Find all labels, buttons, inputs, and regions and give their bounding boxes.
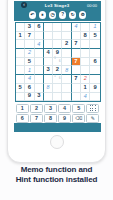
cell-r4c1[interactable] [16,49,25,58]
settings-icon: ⚙ [81,13,85,18]
key-3[interactable]: 3 [44,104,57,113]
settings-button[interactable]: ⚙ [79,11,87,19]
key-7[interactable]: 7 [30,114,43,123]
cell-r5c5[interactable]: 16 [53,58,62,67]
cell-r3c5[interactable] [53,40,62,49]
cell-r9c2[interactable]: 9 [25,93,34,102]
cell-r9c3[interactable]: 3 [35,93,44,102]
cell-r6c2[interactable]: 1 [25,66,34,75]
cell-r6c9[interactable] [90,66,99,75]
cell-r5c1[interactable] [16,58,25,67]
cell-r4c6[interactable] [62,49,71,58]
cell-r3c2[interactable] [25,40,34,49]
cell-r8c8[interactable]: 1 [81,84,90,93]
cell-r6c8[interactable] [81,66,90,75]
cell-r4c2[interactable]: 2 [25,49,34,58]
caption-text: Memo function and Hint function installe… [0,165,113,185]
timer-icon: ◷ [50,13,54,18]
cell-r2c3[interactable] [35,32,44,41]
cell-r7c4[interactable] [44,75,53,84]
level-title: Lv3 Stage3 [27,3,87,8]
timer-button[interactable]: ◷ [49,11,57,19]
back-icon: ‹ [23,2,25,7]
number-keypad: 123456789⌫✎ [16,104,99,123]
cell-r2c1[interactable]: 1 [16,32,25,41]
cell-r8c5[interactable] [53,84,62,93]
memo-digit: 1 [54,58,56,61]
cell-r7c5[interactable]: 16 [53,75,62,84]
phone-frame: ‹ Lv3 Stage3 00:00 ↶⏸◷?↻⚙ 36411785427249… [7,0,106,163]
key-9[interactable]: 9 [58,114,71,123]
cell-r8c9[interactable]: 9 [90,84,99,93]
cell-r6c1[interactable] [16,66,25,75]
key-1[interactable]: 1 [16,104,29,113]
cell-r8c7[interactable] [72,84,81,93]
cell-r6c6[interactable]: 8 [62,66,71,75]
cell-r9c1[interactable] [16,93,25,102]
cell-r5c7[interactable]: 7 [72,58,81,67]
key-8[interactable]: 8 [44,114,57,123]
cell-r5c4[interactable] [44,58,53,67]
cell-r8c2[interactable]: 6 [25,84,34,93]
cell-r8c6[interactable] [62,84,71,93]
cell-r9c5[interactable] [53,93,62,102]
footer-bar [14,123,101,132]
cell-r2c7[interactable] [72,32,81,41]
cell-r4c7[interactable] [72,49,81,58]
app-screen: ‹ Lv3 Stage3 00:00 ↶⏸◷?↻⚙ 36411785427249… [14,1,101,132]
hint-icon: ? [61,13,64,18]
caption-line-2: Hint function installed [0,175,113,185]
cell-r9c6[interactable] [62,93,71,102]
cell-r6c7[interactable] [72,66,81,75]
cell-r2c5[interactable] [53,32,62,41]
cell-r1c2[interactable]: 3 [25,23,34,32]
cell-r3c8[interactable] [81,40,90,49]
cell-r9c9[interactable] [90,93,99,102]
cell-r1c6[interactable] [62,23,71,32]
cell-r6c4[interactable]: 3 [44,66,53,75]
key-4[interactable]: 4 [58,104,71,113]
cell-r4c3[interactable] [35,49,44,58]
cell-r2c8[interactable]: 8 [81,32,90,41]
pencil-key[interactable]: ✎ [86,114,99,123]
cell-r1c5[interactable] [53,23,62,32]
cell-r2c4[interactable] [44,32,53,41]
refresh-button[interactable]: ↻ [69,11,77,19]
cell-r2c2[interactable]: 7 [25,32,34,41]
cell-r1c7[interactable]: 4 [72,23,81,32]
cell-r7c1[interactable] [16,75,25,84]
memo-digit: 6 [59,78,61,81]
cell-r3c3[interactable]: 4 [35,40,44,49]
cell-r6c5[interactable]: 2 [53,66,62,75]
memo-digit: 1 [54,76,56,79]
undo-button[interactable]: ↶ [29,11,37,19]
caption-line-1: Memo function and [0,165,113,175]
header-bar: ‹ Lv3 Stage3 00:00 [14,1,101,9]
cell-r3c1[interactable] [16,40,25,49]
cell-r4c8[interactable] [81,49,90,58]
hint-button[interactable]: ? [59,11,67,19]
cell-r1c1[interactable] [16,23,25,32]
cell-r8c3[interactable] [35,84,44,93]
pencil-icon: ✎ [91,116,95,121]
cell-r3c6[interactable]: 2 [62,40,71,49]
cell-r5c9[interactable]: 6 [90,58,99,67]
cell-r2c9[interactable]: 5 [90,32,99,41]
key-2[interactable]: 2 [30,104,43,113]
refresh-icon: ↻ [71,13,75,18]
cell-r1c4[interactable] [44,23,53,32]
cell-r1c9[interactable]: 1 [90,23,99,32]
key-6[interactable]: 6 [16,114,29,123]
cell-r9c7[interactable] [72,93,81,102]
cell-r6c3[interactable] [35,66,44,75]
cell-r9c4[interactable] [44,93,53,102]
eraser-key[interactable]: ⌫ [72,114,85,123]
cell-r1c3[interactable]: 6 [35,23,44,32]
cell-r9c8[interactable]: 4 [81,93,90,102]
cell-r7c9[interactable] [90,75,99,84]
key-5[interactable]: 5 [72,104,85,113]
cell-r4c4[interactable]: 4 [44,49,53,58]
cell-r2c6[interactable] [62,32,71,41]
cell-r8c1[interactable]: 5 [16,84,25,93]
cell-r8c4[interactable]: 8 [44,84,53,93]
eraser-icon: ⌫ [75,116,82,121]
cell-r7c3[interactable] [35,75,44,84]
cell-r7c6[interactable] [62,75,71,84]
toolbar: ↶⏸◷?↻⚙ [14,9,101,21]
cell-r5c8[interactable] [81,58,90,67]
cell-r7c8[interactable]: 2 [81,75,90,84]
cell-r5c2[interactable]: 5 [25,58,34,67]
home-button [50,135,64,149]
cell-r1c8[interactable] [81,23,90,32]
pause-icon: ⏸ [41,13,43,18]
cell-r7c7[interactable]: 7 [72,75,81,84]
memo-grid-icon [89,105,96,112]
timer-display: 00:00 [87,3,97,8]
cell-r3c9[interactable] [90,40,99,49]
cell-r7c2[interactable]: 4 [25,75,34,84]
cell-r3c7[interactable]: 7 [72,40,81,49]
cell-r4c9[interactable] [90,49,99,58]
cell-r5c3[interactable] [35,58,44,67]
memo-grid-key[interactable] [86,104,99,113]
memo-digit: 6 [59,61,61,64]
pause-button[interactable]: ⏸ [39,11,47,19]
undo-icon: ↶ [30,13,34,18]
cell-r3c4[interactable] [44,40,53,49]
cell-r5c6[interactable] [62,58,71,67]
sudoku-grid: 364117854272495167613284167256819934 [15,22,101,102]
